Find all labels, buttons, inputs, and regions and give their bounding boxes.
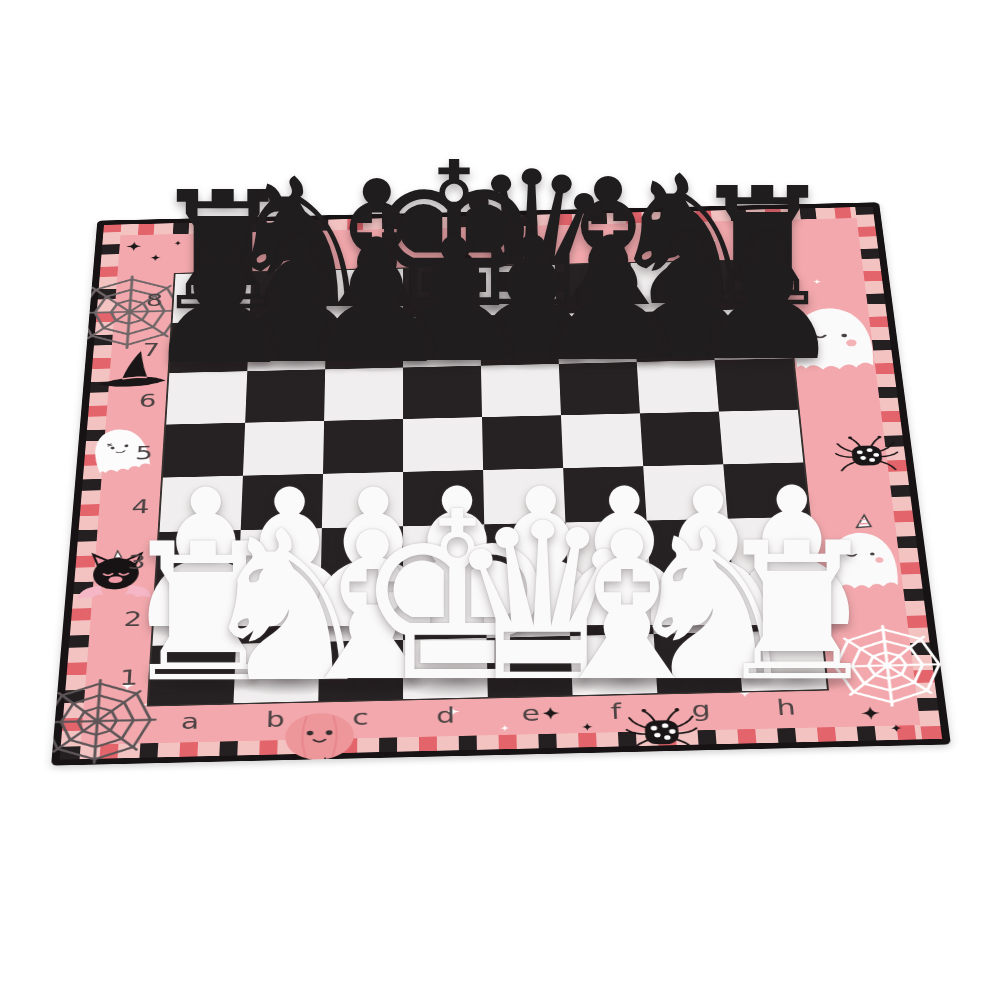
piece-white-rook-h1[interactable]: ♜ (712, 518, 882, 708)
sparkle-icon (126, 241, 142, 251)
product-photo: 87654321 abcdefgh ♜♞♝♚♛♝♞♜♟♟♟♟♟♟♟♟♟♟♟♟♟♟… (0, 0, 1000, 1000)
pieces-layer: ♜♞♝♚♛♝♞♜♟♟♟♟♟♟♟♟♟♟♟♟♟♟♟♟♜♞♝♚♛♝♞♜ (0, 0, 1000, 1000)
piece-black-pawn-a7[interactable]: ♟ (143, 216, 296, 387)
sparkle-icon (890, 724, 902, 732)
piece-white-bishop-f1[interactable]: ♝ (536, 506, 719, 710)
piece-black-pawn-f7[interactable]: ♟ (534, 213, 687, 384)
piece-black-pawn-c7[interactable]: ♟ (300, 215, 453, 386)
piece-black-pawn-h7[interactable]: ♟ (691, 212, 844, 383)
